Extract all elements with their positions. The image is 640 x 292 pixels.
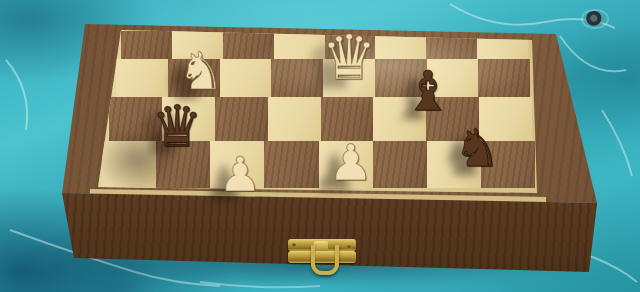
white-knight[interactable]: ♞ <box>178 45 225 97</box>
square-r4c4[interactable] <box>264 141 318 188</box>
white-pawn-2[interactable]: ♟ <box>329 138 374 188</box>
white-pawn-1[interactable]: ♟ <box>218 150 261 198</box>
dark-queen[interactable]: ♛ <box>151 98 202 155</box>
square-r2c1[interactable] <box>116 59 168 97</box>
white-queen[interactable]: ♛ <box>321 27 377 89</box>
latch-hasp-loop[interactable] <box>311 245 339 275</box>
square-r1c1[interactable] <box>121 31 172 59</box>
dark-bishop[interactable]: ♝ <box>403 64 452 119</box>
square-r4c6[interactable] <box>373 141 427 188</box>
scene: ♞♛♝♛♟♟♞ <box>0 0 640 292</box>
latch-screw-right <box>347 245 351 249</box>
table-knot-spot <box>583 11 607 27</box>
latch-screw-left <box>292 243 296 247</box>
dark-knight[interactable]: ♞ <box>454 122 501 174</box>
